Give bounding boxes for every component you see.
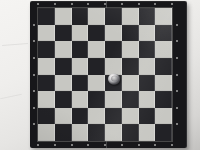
frame-stud [87,144,89,146]
frame-stud [33,74,35,76]
frame-stud [33,57,35,59]
square-c3[interactable] [72,91,89,108]
frame-stud [121,3,123,5]
frame-stud [54,144,56,146]
fold-seam-bottom [106,141,107,148]
square-g5[interactable] [139,58,156,75]
square-d4[interactable] [88,75,105,92]
square-b8[interactable] [55,8,72,25]
square-b5[interactable] [55,58,72,75]
square-b1[interactable] [55,124,72,141]
square-d6[interactable] [88,41,105,58]
square-c8[interactable] [72,8,89,25]
square-g6[interactable] [139,41,156,58]
square-h8[interactable] [155,8,172,25]
square-c1[interactable] [72,124,89,141]
square-e4[interactable] [105,75,122,92]
square-a3[interactable] [38,91,55,108]
frame-stud [176,74,178,76]
square-a1[interactable] [38,124,55,141]
fold-seam-top [106,1,107,8]
frame-stud [71,3,73,5]
frame-stud [104,144,106,146]
square-g4[interactable] [139,75,156,92]
square-c7[interactable] [72,25,89,42]
square-h1[interactable] [155,124,172,141]
square-d1[interactable] [88,124,105,141]
square-f2[interactable] [122,108,139,125]
square-e6[interactable] [105,41,122,58]
square-c5[interactable] [72,58,89,75]
frame-stud [176,57,178,59]
square-d5[interactable] [88,58,105,75]
square-d3[interactable] [88,91,105,108]
frame-stud [121,144,123,146]
square-h3[interactable] [155,91,172,108]
square-e7[interactable] [105,25,122,42]
square-f4[interactable] [122,75,139,92]
square-h7[interactable] [155,25,172,42]
piece-silver-disc-emboss [111,75,118,81]
square-b4[interactable] [55,75,72,92]
square-f7[interactable] [122,25,139,42]
square-h4[interactable] [155,75,172,92]
photo-scene [0,0,200,150]
frame-stud [154,144,156,146]
square-f6[interactable] [122,41,139,58]
square-g2[interactable] [139,108,156,125]
square-e8[interactable] [105,8,122,25]
square-h6[interactable] [155,41,172,58]
frame-stud [176,90,178,92]
square-g8[interactable] [139,8,156,25]
square-b7[interactable] [55,25,72,42]
frame-stud [54,3,56,5]
board-grid [38,8,172,141]
square-a7[interactable] [38,25,55,42]
frame-stud [171,144,173,146]
square-g7[interactable] [139,25,156,42]
frame-stud [33,24,35,26]
table-crease [0,94,22,100]
square-e2[interactable] [105,108,122,125]
square-d7[interactable] [88,25,105,42]
frame-stud [138,3,140,5]
frame-stud [37,144,39,146]
square-b6[interactable] [55,41,72,58]
square-a2[interactable] [38,108,55,125]
frame-stud [176,107,178,109]
table-crease [2,43,28,46]
square-h5[interactable] [155,58,172,75]
frame-stud [33,107,35,109]
frame-stud [138,144,140,146]
square-f1[interactable] [122,124,139,141]
square-g3[interactable] [139,91,156,108]
square-a6[interactable] [38,41,55,58]
square-d8[interactable] [88,8,105,25]
square-c2[interactable] [72,108,89,125]
square-h2[interactable] [155,108,172,125]
frame-stud [71,144,73,146]
square-c6[interactable] [72,41,89,58]
square-a5[interactable] [38,58,55,75]
square-a8[interactable] [38,8,55,25]
frame-stud [176,40,178,42]
square-d2[interactable] [88,108,105,125]
square-e3[interactable] [105,91,122,108]
square-g1[interactable] [139,124,156,141]
square-b2[interactable] [55,108,72,125]
square-a4[interactable] [38,75,55,92]
piece-silver-disc[interactable] [108,73,120,84]
square-f3[interactable] [122,91,139,108]
square-c4[interactable] [72,75,89,92]
square-f8[interactable] [122,8,139,25]
square-e1[interactable] [105,124,122,141]
square-b3[interactable] [55,91,72,108]
square-e5[interactable] [105,58,122,75]
frame-stud [176,24,178,26]
square-f5[interactable] [122,58,139,75]
